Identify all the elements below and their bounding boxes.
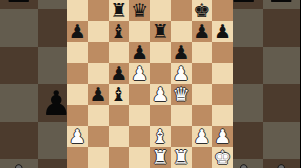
white-pawn-a2: ♟	[4, 161, 34, 168]
square-f7[interactable]	[171, 21, 192, 42]
square-f3[interactable]	[171, 105, 192, 126]
square-g1[interactable]	[192, 147, 213, 168]
square-g3[interactable]	[192, 105, 213, 126]
square-d4[interactable]	[129, 84, 150, 105]
white-pawn-g2: ♟	[229, 161, 259, 168]
square-d1[interactable]	[129, 147, 150, 168]
square-h4	[263, 84, 301, 122]
square-d3[interactable]	[129, 105, 150, 126]
square-d5[interactable]: ♟	[129, 63, 150, 84]
square-c7[interactable]: ♝	[109, 21, 130, 42]
black-pawn-g7: ♟	[193, 22, 210, 41]
square-a2: ♟	[0, 159, 38, 168]
black-pawn-c5: ♟	[110, 64, 127, 83]
chess-board[interactable]: ♜♛♚♟♝♜♟♟♟♟♟♟♟♟♝♟♛♟♝♟♟♜♜♚	[67, 0, 233, 168]
square-g8[interactable]: ♚	[192, 0, 213, 21]
video-frame: ♜♛♚♟♝♜♟♟♟♟♟♟♟♟♝♟♛♟♝♟♟♜♜♚ ♜♛♚♟♝♜♟♟♟♟♟♟♟♟♝…	[0, 0, 300, 168]
square-h1[interactable]: ♚	[212, 147, 233, 168]
white-pawn-g2: ♟	[193, 127, 210, 146]
square-a3[interactable]	[67, 105, 88, 126]
square-h6[interactable]	[212, 42, 233, 63]
square-b8[interactable]	[88, 0, 109, 21]
black-pawn-b4: ♟	[90, 85, 107, 104]
square-a4[interactable]	[67, 84, 88, 105]
square-f8[interactable]	[171, 0, 192, 21]
square-f2[interactable]	[171, 126, 192, 147]
white-pawn-e4: ♟	[152, 85, 169, 104]
square-h7: ♟	[263, 0, 301, 9]
square-c8[interactable]: ♜	[109, 0, 130, 21]
square-g2[interactable]: ♟	[192, 126, 213, 147]
square-a1[interactable]	[67, 147, 88, 168]
square-h2: ♟	[263, 159, 301, 168]
square-b7[interactable]	[88, 21, 109, 42]
black-bishop-c7: ♝	[110, 22, 127, 41]
black-pawn-h7: ♟	[214, 22, 231, 41]
square-c2[interactable]	[109, 126, 130, 147]
black-rook-e7: ♜	[152, 22, 169, 41]
square-c5[interactable]: ♟	[109, 63, 130, 84]
square-e4[interactable]: ♟	[150, 84, 171, 105]
white-bishop-e2: ♝	[152, 127, 169, 146]
square-g7[interactable]: ♟	[192, 21, 213, 42]
square-b2[interactable]	[88, 126, 109, 147]
black-king-g8: ♚	[193, 1, 210, 20]
square-c3[interactable]	[109, 105, 130, 126]
square-h5	[263, 47, 301, 85]
square-e7[interactable]: ♜	[150, 21, 171, 42]
square-d2[interactable]	[129, 126, 150, 147]
square-a5[interactable]	[67, 63, 88, 84]
square-e3[interactable]	[150, 105, 171, 126]
square-f5[interactable]: ♟	[171, 63, 192, 84]
square-e8[interactable]	[150, 0, 171, 21]
white-pawn-h2: ♟	[214, 127, 231, 146]
square-g4[interactable]	[192, 84, 213, 105]
white-pawn-a2: ♟	[69, 127, 86, 146]
square-e6[interactable]	[150, 42, 171, 63]
square-h5[interactable]	[212, 63, 233, 84]
white-rook-e1: ♜	[152, 148, 169, 167]
black-pawn-f6: ♟	[173, 43, 190, 62]
square-a3	[0, 122, 38, 160]
square-a5	[0, 47, 38, 85]
square-h8[interactable]	[212, 0, 233, 21]
white-pawn-f5: ♟	[173, 64, 190, 83]
square-c1[interactable]	[109, 147, 130, 168]
square-b1[interactable]	[88, 147, 109, 168]
white-rook-f1: ♜	[173, 148, 190, 167]
square-g5[interactable]	[192, 63, 213, 84]
square-d6[interactable]: ♟	[129, 42, 150, 63]
square-g6[interactable]	[192, 42, 213, 63]
black-queen-d8: ♛	[131, 1, 148, 20]
square-h6	[263, 9, 301, 47]
square-e2[interactable]: ♝	[150, 126, 171, 147]
square-b5[interactable]	[88, 63, 109, 84]
black-pawn-a7: ♟	[4, 0, 34, 7]
square-c4[interactable]: ♝	[109, 84, 130, 105]
white-queen-f4: ♛	[173, 85, 190, 104]
square-f6[interactable]: ♟	[171, 42, 192, 63]
square-d7[interactable]	[129, 21, 150, 42]
square-a6[interactable]	[67, 42, 88, 63]
square-a6	[0, 9, 38, 47]
square-b6[interactable]	[88, 42, 109, 63]
square-h3[interactable]	[212, 105, 233, 126]
black-pawn-a7: ♟	[69, 22, 86, 41]
square-f4[interactable]: ♛	[171, 84, 192, 105]
white-pawn-h2: ♟	[266, 161, 296, 168]
square-h7[interactable]: ♟	[212, 21, 233, 42]
square-h4[interactable]	[212, 84, 233, 105]
square-a7[interactable]: ♟	[67, 21, 88, 42]
square-a8[interactable]	[67, 0, 88, 21]
black-pawn-h7: ♟	[266, 0, 296, 7]
white-king-h1: ♚	[214, 148, 231, 167]
square-b4[interactable]: ♟	[88, 84, 109, 105]
white-pawn-d5: ♟	[131, 64, 148, 83]
black-pawn-d6: ♟	[131, 43, 148, 62]
square-h2[interactable]: ♟	[212, 126, 233, 147]
square-h3	[263, 122, 301, 160]
square-a2[interactable]: ♟	[67, 126, 88, 147]
square-d8[interactable]: ♛	[129, 0, 150, 21]
black-bishop-c4: ♝	[110, 85, 127, 104]
square-c6[interactable]	[109, 42, 130, 63]
square-a7: ♟	[0, 0, 38, 9]
black-rook-c8: ♜	[110, 1, 127, 20]
black-pawn-g7: ♟	[229, 0, 259, 7]
square-a4	[0, 84, 38, 122]
square-b3[interactable]	[88, 105, 109, 126]
square-e5[interactable]	[150, 63, 171, 84]
square-f1[interactable]: ♜	[171, 147, 192, 168]
square-e1[interactable]: ♜	[150, 147, 171, 168]
